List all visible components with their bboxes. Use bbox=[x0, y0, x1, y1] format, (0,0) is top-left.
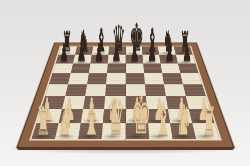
square-b1: ♞ bbox=[55, 123, 81, 139]
square-g1: ♞ bbox=[170, 123, 196, 139]
piece-white-queen: ♛ bbox=[107, 92, 121, 141]
square-e5 bbox=[126, 73, 145, 84]
piece-black-pawn: ♟ bbox=[94, 40, 104, 65]
photo-background: ♜♞♝♛♚♝♞♜♟♟♟♟♟♟♟♟♟♟♟♟♟♟♟♟♜♞♝♛♚♝♞♜ bbox=[0, 0, 250, 166]
square-f7: ♟ bbox=[142, 55, 160, 64]
square-h1: ♜ bbox=[192, 123, 219, 139]
chess-board: ♜♞♝♛♚♝♞♜♟♟♟♟♟♟♟♟♟♟♟♟♟♟♟♟♜♞♝♛♚♝♞♜ bbox=[18, 43, 233, 147]
piece-white-knight: ♞ bbox=[178, 100, 192, 141]
piece-white-bishop: ♝ bbox=[83, 96, 97, 141]
piece-black-pawn: ♟ bbox=[76, 40, 86, 65]
piece-white-bishop: ♝ bbox=[154, 96, 168, 141]
square-c5 bbox=[87, 73, 107, 84]
piece-black-pawn: ♟ bbox=[112, 40, 122, 65]
piece-white-knight: ♞ bbox=[59, 100, 73, 141]
square-c1: ♝ bbox=[79, 123, 104, 139]
square-c7: ♟ bbox=[91, 55, 109, 64]
piece-white-rook: ♜ bbox=[36, 103, 50, 141]
square-c6 bbox=[89, 64, 108, 74]
square-h5 bbox=[180, 73, 202, 84]
piece-black-pawn: ♟ bbox=[182, 40, 192, 65]
square-f1: ♝ bbox=[148, 123, 173, 139]
square-e6 bbox=[126, 64, 144, 74]
piece-black-pawn: ♟ bbox=[164, 40, 174, 65]
square-e1: ♚ bbox=[126, 123, 149, 139]
square-f5 bbox=[144, 73, 164, 84]
square-d6 bbox=[107, 64, 125, 74]
square-d1: ♛ bbox=[102, 123, 125, 139]
square-b6 bbox=[71, 64, 91, 74]
square-f6 bbox=[143, 64, 162, 74]
square-e7: ♟ bbox=[126, 55, 143, 64]
piece-white-king: ♚ bbox=[130, 88, 144, 141]
piece-black-pawn: ♟ bbox=[129, 40, 139, 65]
piece-black-pawn: ♟ bbox=[147, 40, 157, 65]
square-h6 bbox=[178, 64, 199, 74]
square-b5 bbox=[68, 73, 89, 84]
piece-white-rook: ♜ bbox=[201, 103, 215, 141]
square-b7: ♟ bbox=[73, 55, 92, 64]
square-d7: ♟ bbox=[108, 55, 125, 64]
piece-black-pawn: ♟ bbox=[59, 40, 69, 65]
square-h7: ♟ bbox=[176, 55, 196, 64]
square-d5 bbox=[106, 73, 125, 84]
square-g7: ♟ bbox=[159, 55, 178, 64]
